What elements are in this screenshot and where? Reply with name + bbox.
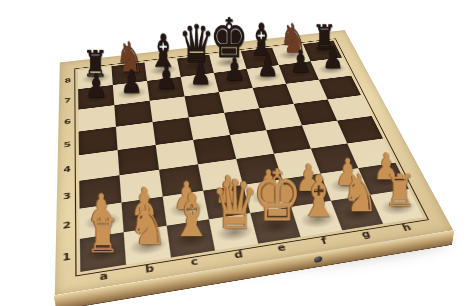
clasp-icon: [314, 255, 322, 262]
chess-board: abcdefgh12345678 ♜♞♝♛♚♝♞♜♟♟♟♟♟♟♟♟♟♟♟♟♟♟♟…: [55, 30, 454, 295]
photo-stage: abcdefgh12345678 ♜♞♝♛♚♝♞♜♟♟♟♟♟♟♟♟♟♟♟♟♟♟♟…: [0, 0, 474, 306]
rank-label-6: 6: [60, 110, 74, 134]
rank-label-8: 8: [61, 70, 74, 91]
rank-label-7: 7: [61, 89, 75, 111]
white-rook-glyph: ♜: [74, 211, 131, 259]
piece-white-rook-a1[interactable]: ♜: [80, 231, 126, 271]
scene: abcdefgh12345678 ♜♞♝♛♚♝♞♜♟♟♟♟♟♟♟♟♟♟♟♟♟♟♟…: [0, 0, 474, 306]
